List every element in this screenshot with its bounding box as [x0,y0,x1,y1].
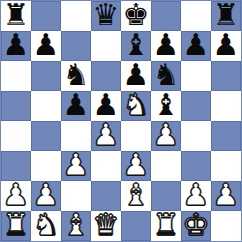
square-e6[interactable]: ♟ [121,61,151,91]
piece-black-king[interactable]: ♚ [123,1,150,30]
square-a7[interactable]: ♟ [1,31,31,61]
piece-black-pawn[interactable]: ♟ [213,31,240,60]
piece-white-pawn[interactable]: ♟ [3,181,30,210]
piece-white-rook[interactable]: ♜ [153,211,180,240]
square-g2[interactable]: ♟ [181,181,211,211]
piece-black-knight[interactable]: ♞ [153,61,180,90]
piece-black-bishop[interactable]: ♝ [123,31,150,60]
piece-white-pawn[interactable]: ♟ [123,151,150,180]
square-f6[interactable]: ♞ [151,61,181,91]
square-c5[interactable]: ♟ [61,91,91,121]
piece-black-pawn[interactable]: ♟ [63,91,90,120]
piece-white-pawn[interactable]: ♟ [33,181,60,210]
square-e2[interactable]: ♝ [121,181,151,211]
square-a5[interactable] [1,91,31,121]
square-a4[interactable] [1,121,31,151]
square-e3[interactable]: ♟ [121,151,151,181]
square-b4[interactable] [31,121,61,151]
piece-black-pawn[interactable]: ♟ [123,61,150,90]
chess-board: ♜♛♚♜♟♟♝♟♟♟♞♟♞♟♟♞♝♟♟♟♟♟♟♝♟♟♜♞♝♛♜♚ [0,0,242,242]
square-e1[interactable] [121,211,151,241]
square-g4[interactable] [181,121,211,151]
square-b8[interactable] [31,1,61,31]
piece-white-pawn[interactable]: ♟ [213,181,240,210]
square-g6[interactable] [181,61,211,91]
square-g1[interactable]: ♚ [181,211,211,241]
square-c1[interactable]: ♝ [61,211,91,241]
piece-black-pawn[interactable]: ♟ [33,31,60,60]
square-d6[interactable] [91,61,121,91]
square-c4[interactable] [61,121,91,151]
piece-white-pawn[interactable]: ♟ [93,121,120,150]
square-h2[interactable]: ♟ [211,181,241,211]
square-g5[interactable] [181,91,211,121]
piece-black-rook[interactable]: ♜ [3,1,30,30]
square-d1[interactable]: ♛ [91,211,121,241]
piece-white-pawn[interactable]: ♟ [63,151,90,180]
square-f8[interactable] [151,1,181,31]
square-c6[interactable]: ♞ [61,61,91,91]
square-f5[interactable]: ♝ [151,91,181,121]
square-d5[interactable]: ♟ [91,91,121,121]
square-h6[interactable] [211,61,241,91]
piece-white-rook[interactable]: ♜ [3,211,30,240]
square-e8[interactable]: ♚ [121,1,151,31]
piece-white-bishop[interactable]: ♝ [123,181,150,210]
square-c3[interactable]: ♟ [61,151,91,181]
square-h5[interactable] [211,91,241,121]
square-c2[interactable] [61,181,91,211]
square-c8[interactable] [61,1,91,31]
square-h1[interactable] [211,211,241,241]
square-d3[interactable] [91,151,121,181]
square-h3[interactable] [211,151,241,181]
piece-white-bishop[interactable]: ♝ [63,211,90,240]
square-d4[interactable]: ♟ [91,121,121,151]
square-b7[interactable]: ♟ [31,31,61,61]
piece-black-knight[interactable]: ♞ [63,61,90,90]
square-b1[interactable]: ♞ [31,211,61,241]
square-d7[interactable] [91,31,121,61]
square-a6[interactable] [1,61,31,91]
square-d2[interactable] [91,181,121,211]
square-g7[interactable]: ♟ [181,31,211,61]
piece-black-pawn[interactable]: ♟ [93,91,120,120]
piece-white-knight[interactable]: ♞ [33,211,60,240]
square-h4[interactable] [211,121,241,151]
piece-white-pawn[interactable]: ♟ [183,181,210,210]
square-f2[interactable] [151,181,181,211]
square-f4[interactable]: ♟ [151,121,181,151]
square-b5[interactable] [31,91,61,121]
square-b2[interactable]: ♟ [31,181,61,211]
square-h7[interactable]: ♟ [211,31,241,61]
piece-black-rook[interactable]: ♜ [213,1,240,30]
square-b6[interactable] [31,61,61,91]
piece-black-bishop[interactable]: ♝ [153,91,180,120]
piece-black-pawn[interactable]: ♟ [183,31,210,60]
square-a3[interactable] [1,151,31,181]
square-c7[interactable] [61,31,91,61]
piece-white-king[interactable]: ♚ [183,211,210,240]
square-e4[interactable] [121,121,151,151]
square-e5[interactable]: ♞ [121,91,151,121]
piece-white-queen[interactable]: ♛ [93,211,120,240]
piece-white-pawn[interactable]: ♟ [153,121,180,150]
square-d8[interactable]: ♛ [91,1,121,31]
square-a2[interactable]: ♟ [1,181,31,211]
square-f1[interactable]: ♜ [151,211,181,241]
square-a1[interactable]: ♜ [1,211,31,241]
square-f7[interactable]: ♟ [151,31,181,61]
chess-board-wrapper: ♜♛♚♜♟♟♝♟♟♟♞♟♞♟♟♞♝♟♟♟♟♟♟♝♟♟♜♞♝♛♜♚ [0,0,242,242]
square-h8[interactable]: ♜ [211,1,241,31]
square-f3[interactable] [151,151,181,181]
square-b3[interactable] [31,151,61,181]
piece-black-pawn[interactable]: ♟ [3,31,30,60]
square-a8[interactable]: ♜ [1,1,31,31]
square-e7[interactable]: ♝ [121,31,151,61]
piece-white-knight[interactable]: ♞ [123,91,150,120]
square-g3[interactable] [181,151,211,181]
piece-black-pawn[interactable]: ♟ [153,31,180,60]
square-g8[interactable] [181,1,211,31]
piece-black-queen[interactable]: ♛ [93,1,120,30]
